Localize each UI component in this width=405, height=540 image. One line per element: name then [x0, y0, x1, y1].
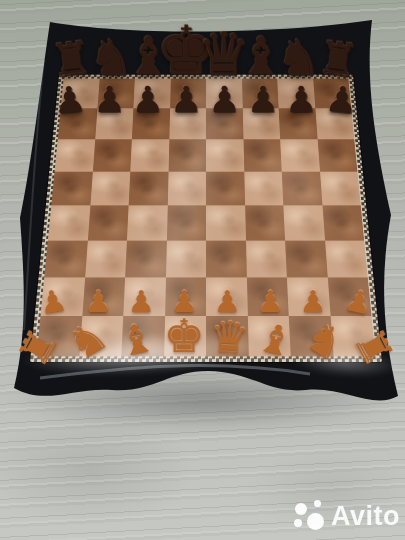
square [165, 277, 206, 316]
square [132, 108, 170, 139]
square [285, 241, 327, 278]
square [277, 79, 315, 109]
square [244, 172, 284, 206]
square [242, 79, 279, 109]
square [129, 172, 169, 206]
avito-watermark: Avito [294, 500, 400, 532]
square [40, 277, 84, 316]
square [90, 172, 130, 206]
square [166, 205, 206, 240]
square [317, 139, 357, 171]
square [125, 241, 166, 278]
square [95, 108, 134, 139]
watermark-text: Avito [331, 503, 400, 530]
chess-board [30, 75, 382, 362]
chessboard-photo: ♜♞♝♚♛♝♞♜♟♟♟♟♟♟♟♟♟♟♟♟♟♟♟♟♜♞♝♚♛♝♞♜ Avito [0, 0, 405, 540]
square [168, 139, 206, 171]
square [325, 241, 368, 278]
square [283, 205, 324, 240]
square [127, 205, 167, 240]
square [206, 277, 247, 316]
square [61, 79, 99, 109]
square [206, 241, 246, 278]
square [170, 79, 206, 109]
square [322, 205, 364, 240]
square [206, 205, 246, 240]
mosaic-border [30, 75, 382, 362]
square [55, 139, 95, 171]
square [58, 108, 97, 139]
square [246, 277, 288, 316]
square [44, 241, 87, 278]
square [97, 79, 135, 109]
square [92, 139, 131, 171]
square [280, 139, 319, 171]
square [123, 277, 165, 316]
avito-logo-icon [294, 500, 326, 532]
square [287, 277, 330, 316]
square [166, 241, 206, 278]
square [206, 172, 245, 206]
square [313, 79, 351, 109]
square [169, 108, 206, 139]
board-grid [37, 79, 376, 357]
square [85, 241, 127, 278]
square [206, 79, 242, 109]
square [133, 79, 170, 109]
square [51, 172, 92, 206]
square [245, 205, 285, 240]
square [327, 277, 371, 316]
square [279, 108, 318, 139]
square [320, 172, 361, 206]
square [206, 108, 243, 139]
square [206, 139, 244, 171]
square [243, 139, 282, 171]
square [167, 172, 206, 206]
square [48, 205, 90, 240]
square [87, 205, 128, 240]
square [246, 241, 287, 278]
square [82, 277, 125, 316]
square [315, 108, 354, 139]
square [130, 139, 169, 171]
square [282, 172, 322, 206]
square [242, 108, 280, 139]
